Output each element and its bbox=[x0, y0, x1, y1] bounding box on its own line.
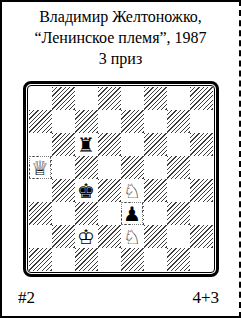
square-b7 bbox=[52, 110, 75, 133]
square-c7 bbox=[75, 110, 98, 133]
white-king: ♔ bbox=[76, 226, 96, 247]
square-b3 bbox=[52, 202, 75, 225]
square-c3 bbox=[75, 202, 98, 225]
square-g4 bbox=[167, 179, 190, 202]
square-e3: ♟ bbox=[121, 202, 144, 225]
square-e6 bbox=[121, 133, 144, 156]
square-b2 bbox=[52, 225, 75, 248]
chess-board: ♜♕♚♘♟♔♘ bbox=[29, 87, 213, 271]
square-c2: ♔ bbox=[75, 225, 98, 248]
source-line: “Ленинское племя”, 1987 bbox=[34, 27, 206, 48]
square-b4 bbox=[52, 179, 75, 202]
square-a5: ♕ bbox=[29, 156, 52, 179]
square-g2 bbox=[167, 225, 190, 248]
square-e4: ♘ bbox=[121, 179, 144, 202]
square-d3 bbox=[98, 202, 121, 225]
square-f5 bbox=[144, 156, 167, 179]
square-f2 bbox=[144, 225, 167, 248]
square-h5 bbox=[190, 156, 213, 179]
square-f8 bbox=[144, 87, 167, 110]
stipulation-label: #2 bbox=[18, 288, 35, 308]
caption-row: #2 4+3 bbox=[2, 288, 239, 316]
square-d1 bbox=[98, 248, 121, 271]
problem-card: Владимир Желтоножко, “Ленинское племя”, … bbox=[0, 0, 241, 318]
square-b8 bbox=[52, 87, 75, 110]
square-d7 bbox=[98, 110, 121, 133]
author-line: Владимир Желтоножко, bbox=[34, 6, 206, 27]
black-pawn: ♟ bbox=[122, 203, 142, 224]
square-d8 bbox=[98, 87, 121, 110]
square-e1 bbox=[121, 248, 144, 271]
square-a6 bbox=[29, 133, 52, 156]
white-queen: ♕ bbox=[30, 157, 50, 178]
problem-title: Владимир Желтоножко, “Ленинское племя”, … bbox=[34, 6, 206, 69]
square-b1 bbox=[52, 248, 75, 271]
square-h3 bbox=[190, 202, 213, 225]
square-c5 bbox=[75, 156, 98, 179]
square-g5 bbox=[167, 156, 190, 179]
black-rook: ♜ bbox=[76, 134, 96, 155]
square-g8 bbox=[167, 87, 190, 110]
square-a4 bbox=[29, 179, 52, 202]
square-h6 bbox=[190, 133, 213, 156]
square-f1 bbox=[144, 248, 167, 271]
square-a1 bbox=[29, 248, 52, 271]
square-b5 bbox=[52, 156, 75, 179]
square-e8 bbox=[121, 87, 144, 110]
square-c4: ♚ bbox=[75, 179, 98, 202]
square-b6 bbox=[52, 133, 75, 156]
square-c1 bbox=[75, 248, 98, 271]
board-inner-frame: ♜♕♚♘♟♔♘ bbox=[27, 85, 215, 273]
square-e7 bbox=[121, 110, 144, 133]
white-knight: ♘ bbox=[122, 226, 142, 247]
square-c6: ♜ bbox=[75, 133, 98, 156]
square-e2: ♘ bbox=[121, 225, 144, 248]
square-c8 bbox=[75, 87, 98, 110]
square-h2 bbox=[190, 225, 213, 248]
square-a7 bbox=[29, 110, 52, 133]
square-a8 bbox=[29, 87, 52, 110]
black-king: ♚ bbox=[76, 180, 96, 201]
square-g3 bbox=[167, 202, 190, 225]
square-a3 bbox=[29, 202, 52, 225]
white-knight: ♘ bbox=[122, 180, 142, 201]
square-f7 bbox=[144, 110, 167, 133]
square-f3 bbox=[144, 202, 167, 225]
square-h7 bbox=[190, 110, 213, 133]
square-d6 bbox=[98, 133, 121, 156]
square-g7 bbox=[167, 110, 190, 133]
square-g1 bbox=[167, 248, 190, 271]
square-h1 bbox=[190, 248, 213, 271]
square-d5 bbox=[98, 156, 121, 179]
square-f4 bbox=[144, 179, 167, 202]
square-a2 bbox=[29, 225, 52, 248]
award-line: 3 приз bbox=[34, 48, 206, 69]
square-g6 bbox=[167, 133, 190, 156]
material-count-label: 4+3 bbox=[192, 288, 219, 308]
square-d4 bbox=[98, 179, 121, 202]
board-frame: ♜♕♚♘♟♔♘ bbox=[23, 81, 219, 277]
square-d2 bbox=[98, 225, 121, 248]
square-e5 bbox=[121, 156, 144, 179]
square-h4 bbox=[190, 179, 213, 202]
square-h8 bbox=[190, 87, 213, 110]
square-f6 bbox=[144, 133, 167, 156]
